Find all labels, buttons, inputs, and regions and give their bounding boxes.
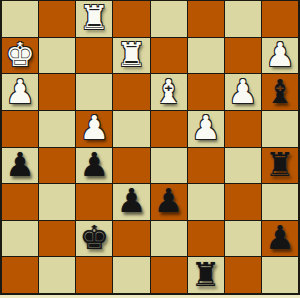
square-g3[interactable] [225, 184, 261, 220]
chess-board: ♜♚♜♟♟♝♟♝♟♟♟♟♜♟♟♚♟♜ [0, 0, 300, 295]
square-h6[interactable]: ♝ [262, 74, 298, 110]
square-a1[interactable] [2, 257, 38, 293]
square-c5[interactable]: ♟ [76, 111, 112, 147]
piece-black-pawn-d3[interactable]: ♟ [117, 184, 147, 217]
square-e3[interactable]: ♟ [151, 184, 187, 220]
piece-white-pawn-c5[interactable]: ♟ [80, 111, 110, 144]
square-b7[interactable] [39, 38, 75, 74]
square-g6[interactable]: ♟ [225, 74, 261, 110]
square-b4[interactable] [39, 148, 75, 184]
square-f6[interactable] [188, 74, 224, 110]
piece-white-rook-d7[interactable]: ♜ [117, 38, 147, 71]
piece-white-bishop-e6[interactable]: ♝ [154, 75, 184, 108]
square-a2[interactable] [2, 221, 38, 257]
square-c2[interactable]: ♚ [76, 221, 112, 257]
square-a6[interactable]: ♟ [2, 74, 38, 110]
piece-white-king-a7[interactable]: ♚ [5, 38, 35, 71]
square-g1[interactable] [225, 257, 261, 293]
piece-black-pawn-c4[interactable]: ♟ [80, 148, 110, 181]
square-d5[interactable] [113, 111, 149, 147]
chess-board-screenshot: ♜♚♜♟♟♝♟♝♟♟♟♟♜♟♟♚♟♜ [0, 0, 300, 298]
square-d8[interactable] [113, 1, 149, 37]
piece-white-pawn-h7[interactable]: ♟ [265, 38, 295, 71]
square-e1[interactable] [151, 257, 187, 293]
square-c3[interactable] [76, 184, 112, 220]
square-h5[interactable] [262, 111, 298, 147]
square-f3[interactable] [188, 184, 224, 220]
piece-black-pawn-a4[interactable]: ♟ [5, 148, 35, 181]
square-b5[interactable] [39, 111, 75, 147]
piece-black-rook-f1[interactable]: ♜ [191, 258, 221, 291]
square-h3[interactable] [262, 184, 298, 220]
square-e7[interactable] [151, 38, 187, 74]
square-g8[interactable] [225, 1, 261, 37]
square-b1[interactable] [39, 257, 75, 293]
square-a5[interactable] [2, 111, 38, 147]
square-d2[interactable] [113, 221, 149, 257]
square-a7[interactable]: ♚ [2, 38, 38, 74]
square-c4[interactable]: ♟ [76, 148, 112, 184]
square-c1[interactable] [76, 257, 112, 293]
square-e5[interactable] [151, 111, 187, 147]
piece-white-rook-c8[interactable]: ♜ [80, 1, 110, 34]
square-a3[interactable] [2, 184, 38, 220]
square-e8[interactable] [151, 1, 187, 37]
square-b8[interactable] [39, 1, 75, 37]
piece-black-pawn-e3[interactable]: ♟ [154, 184, 184, 217]
square-f7[interactable] [188, 38, 224, 74]
piece-black-pawn-h2[interactable]: ♟ [265, 221, 295, 254]
square-b2[interactable] [39, 221, 75, 257]
square-h7[interactable]: ♟ [262, 38, 298, 74]
square-g7[interactable] [225, 38, 261, 74]
square-h8[interactable] [262, 1, 298, 37]
square-c6[interactable] [76, 74, 112, 110]
square-f4[interactable] [188, 148, 224, 184]
square-e2[interactable] [151, 221, 187, 257]
square-g5[interactable] [225, 111, 261, 147]
piece-black-rook-h4[interactable]: ♜ [265, 148, 295, 181]
piece-black-king-c2[interactable]: ♚ [80, 221, 110, 254]
square-d7[interactable]: ♜ [113, 38, 149, 74]
piece-white-pawn-a6[interactable]: ♟ [5, 75, 35, 108]
square-f8[interactable] [188, 1, 224, 37]
square-d1[interactable] [113, 257, 149, 293]
piece-white-pawn-f5[interactable]: ♟ [191, 111, 221, 144]
square-f5[interactable]: ♟ [188, 111, 224, 147]
square-h1[interactable] [262, 257, 298, 293]
piece-black-bishop-h6[interactable]: ♝ [265, 75, 295, 108]
square-a4[interactable]: ♟ [2, 148, 38, 184]
square-f2[interactable] [188, 221, 224, 257]
square-c8[interactable]: ♜ [76, 1, 112, 37]
piece-white-pawn-g6[interactable]: ♟ [228, 75, 258, 108]
square-b6[interactable] [39, 74, 75, 110]
square-d3[interactable]: ♟ [113, 184, 149, 220]
square-c7[interactable] [76, 38, 112, 74]
square-h2[interactable]: ♟ [262, 221, 298, 257]
square-g4[interactable] [225, 148, 261, 184]
square-e4[interactable] [151, 148, 187, 184]
square-d4[interactable] [113, 148, 149, 184]
square-g2[interactable] [225, 221, 261, 257]
square-h4[interactable]: ♜ [262, 148, 298, 184]
square-b3[interactable] [39, 184, 75, 220]
square-d6[interactable] [113, 74, 149, 110]
square-f1[interactable]: ♜ [188, 257, 224, 293]
square-a8[interactable] [2, 1, 38, 37]
square-e6[interactable]: ♝ [151, 74, 187, 110]
